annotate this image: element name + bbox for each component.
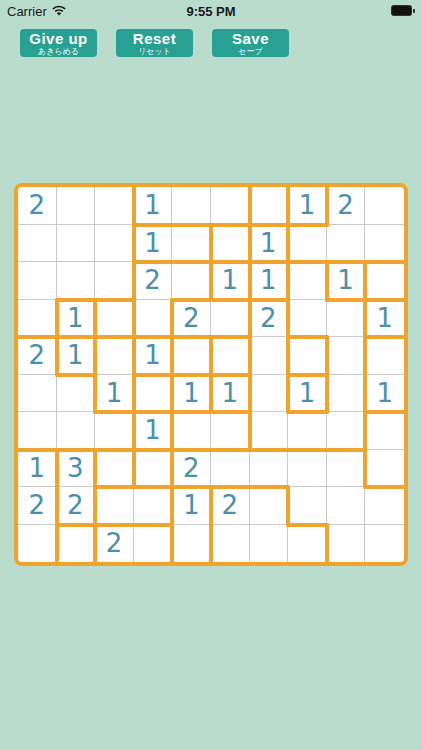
clue-number: 1 [183,492,200,518]
board-cell-r10c1[interactable] [18,525,57,563]
board-cell-r7c8[interactable] [288,412,327,450]
board-cell-r10c3[interactable]: 2 [95,525,134,563]
clue-number: 1 [67,305,84,331]
board-cell-r4c9[interactable] [327,300,366,338]
clue-number: 1 [183,380,200,406]
board-cell-r6c3[interactable]: 1 [95,375,134,413]
board-cell-r10c4[interactable] [134,525,173,563]
board-cell-r1c1[interactable]: 2 [18,187,57,225]
reset-sublabel: リセット [138,48,171,56]
board-cell-r3c9[interactable]: 1 [327,262,366,300]
board-cell-r2c5[interactable] [172,225,211,263]
board-cell-r2c1[interactable] [18,225,57,263]
board-cell-r9c4[interactable] [134,487,173,525]
clue-number: 1 [260,267,277,293]
board-cell-r7c7[interactable] [250,412,289,450]
board-cell-r9c3[interactable] [95,487,134,525]
board-cell-r2c4[interactable]: 1 [134,225,173,263]
board-cell-r5c3[interactable] [95,337,134,375]
board-cell-r2c10[interactable] [365,225,404,263]
clue-number: 2 [29,492,46,518]
board-cell-r3c10[interactable] [365,262,404,300]
board-cell-r5c8[interactable] [288,337,327,375]
board-cell-r1c6[interactable] [211,187,250,225]
board-cell-r4c7[interactable]: 2 [250,300,289,338]
board-cell-r2c2[interactable] [57,225,96,263]
clue-number: 1 [376,380,393,406]
board-cell-r4c3[interactable] [95,300,134,338]
board-cell-r7c1[interactable] [18,412,57,450]
board-cell-r3c1[interactable] [18,262,57,300]
clue-number: 2 [29,192,46,218]
board-cell-r5c5[interactable] [172,337,211,375]
battery-icon [391,5,416,16]
board-cell-r8c8[interactable] [288,450,327,488]
board-cell-r8c10[interactable] [365,450,404,488]
board-cell-r2c6[interactable] [211,225,250,263]
clue-number: 1 [144,342,161,368]
board-cell-r7c10[interactable] [365,412,404,450]
board-cell-r4c6[interactable] [211,300,250,338]
board-cell-r9c7[interactable] [250,487,289,525]
clue-number: 1 [299,192,316,218]
board-cell-r1c2[interactable] [57,187,96,225]
board-cell-r3c8[interactable] [288,262,327,300]
puzzle-board: 2112112111122121111111113222122 [14,183,408,566]
clue-number: 2 [144,267,161,293]
board-cells: 2112112111122121111111113222122 [18,187,404,562]
board-cell-r6c6[interactable]: 1 [211,375,250,413]
board-cell-r10c10[interactable] [365,525,404,563]
save-button[interactable]: Save セーブ [212,29,289,57]
clue-number: 2 [29,342,46,368]
give-up-sublabel: あきらめる [38,48,79,56]
board-cell-r2c9[interactable] [327,225,366,263]
clue-number: 2 [260,305,277,331]
board-cell-r10c8[interactable] [288,525,327,563]
board-cell-r6c2[interactable] [57,375,96,413]
clue-number: 1 [260,230,277,256]
board-cell-r4c2[interactable]: 1 [57,300,96,338]
clue-number: 1 [337,267,354,293]
clue-number: 1 [376,305,393,331]
clue-number: 2 [337,192,354,218]
board-cell-r10c7[interactable] [250,525,289,563]
board-cell-r10c2[interactable] [57,525,96,563]
board-cell-r8c2[interactable]: 3 [57,450,96,488]
board-cell-r1c3[interactable] [95,187,134,225]
board-cell-r4c1[interactable] [18,300,57,338]
board-cell-r8c6[interactable] [211,450,250,488]
board-cell-r9c6[interactable]: 2 [211,487,250,525]
board-cell-r8c5[interactable]: 2 [172,450,211,488]
save-label: Save [232,31,269,46]
clue-number: 2 [67,492,84,518]
board-cell-r5c7[interactable] [250,337,289,375]
board-cell-r4c8[interactable] [288,300,327,338]
board-cell-r3c3[interactable] [95,262,134,300]
board-cell-r1c5[interactable] [172,187,211,225]
clue-number: 1 [106,380,123,406]
clue-number: 1 [29,455,46,481]
board-cell-r3c6[interactable]: 1 [211,262,250,300]
board-cell-r2c7[interactable]: 1 [250,225,289,263]
board-cell-r3c5[interactable] [172,262,211,300]
clue-number: 3 [67,455,84,481]
reset-label: Reset [133,31,176,46]
board-cell-r6c9[interactable] [327,375,366,413]
status-bar: 9:55 PM Carrier [0,0,422,22]
board-cell-r7c9[interactable] [327,412,366,450]
board-cell-r6c7[interactable] [250,375,289,413]
board-cell-r6c10[interactable]: 1 [365,375,404,413]
board-cell-r10c6[interactable] [211,525,250,563]
board-cell-r3c4[interactable]: 2 [134,262,173,300]
board-cell-r7c2[interactable] [57,412,96,450]
board-cell-r6c4[interactable] [134,375,173,413]
save-sublabel: セーブ [238,48,262,56]
clue-number: 1 [222,380,239,406]
board-cell-r5c9[interactable] [327,337,366,375]
board-cell-r9c10[interactable] [365,487,404,525]
clue-number: 1 [144,192,161,218]
clue-number: 2 [183,305,200,331]
board-cell-r1c7[interactable] [250,187,289,225]
reset-button[interactable]: Reset リセット [116,29,193,57]
board-cell-r7c4[interactable]: 1 [134,412,173,450]
board-cell-r8c4[interactable] [134,450,173,488]
board-cell-r1c8[interactable]: 1 [288,187,327,225]
board-cell-r2c3[interactable] [95,225,134,263]
board-cell-r10c5[interactable] [172,525,211,563]
wifi-icon [51,5,67,17]
board-cell-r6c1[interactable] [18,375,57,413]
board-cell-r8c1[interactable]: 1 [18,450,57,488]
board-cell-r5c1[interactable]: 2 [18,337,57,375]
board-cell-r4c4[interactable] [134,300,173,338]
board-cell-r9c2[interactable]: 2 [57,487,96,525]
clue-number: 2 [183,455,200,481]
clue-number: 1 [222,267,239,293]
board-cell-r5c4[interactable]: 1 [134,337,173,375]
board-cell-r6c5[interactable]: 1 [172,375,211,413]
board-cell-r7c6[interactable] [211,412,250,450]
board-cell-r6c8[interactable]: 1 [288,375,327,413]
board-cell-r7c3[interactable] [95,412,134,450]
toolbar: Give up あきらめる Reset リセット Save セーブ [0,29,422,57]
board-cell-r8c9[interactable] [327,450,366,488]
clue-number: 2 [106,530,123,556]
board-cell-r5c2[interactable]: 1 [57,337,96,375]
clue-number: 1 [299,380,316,406]
board-cell-r3c7[interactable]: 1 [250,262,289,300]
board-cell-r5c10[interactable] [365,337,404,375]
board-cell-r1c9[interactable]: 2 [327,187,366,225]
carrier-label: Carrier [7,4,47,19]
board-cell-r9c1[interactable]: 2 [18,487,57,525]
board-cell-r3c2[interactable] [57,262,96,300]
board-cell-r4c5[interactable]: 2 [172,300,211,338]
board-cell-r8c7[interactable] [250,450,289,488]
board-cell-r2c8[interactable] [288,225,327,263]
board-cell-r7c5[interactable] [172,412,211,450]
board-cell-r1c10[interactable] [365,187,404,225]
board-cell-r1c4[interactable]: 1 [134,187,173,225]
board-cell-r9c9[interactable] [327,487,366,525]
board-cell-r5c6[interactable] [211,337,250,375]
give-up-label: Give up [29,31,88,46]
board-cell-r10c9[interactable] [327,525,366,563]
clue-number: 2 [222,492,239,518]
clue-number: 1 [67,342,84,368]
board-cell-r4c10[interactable]: 1 [365,300,404,338]
give-up-button[interactable]: Give up あきらめる [20,29,97,57]
board-cell-r9c5[interactable]: 1 [172,487,211,525]
board-cell-r9c8[interactable] [288,487,327,525]
board-cell-r8c3[interactable] [95,450,134,488]
clue-number: 1 [144,417,161,443]
clue-number: 1 [144,230,161,256]
